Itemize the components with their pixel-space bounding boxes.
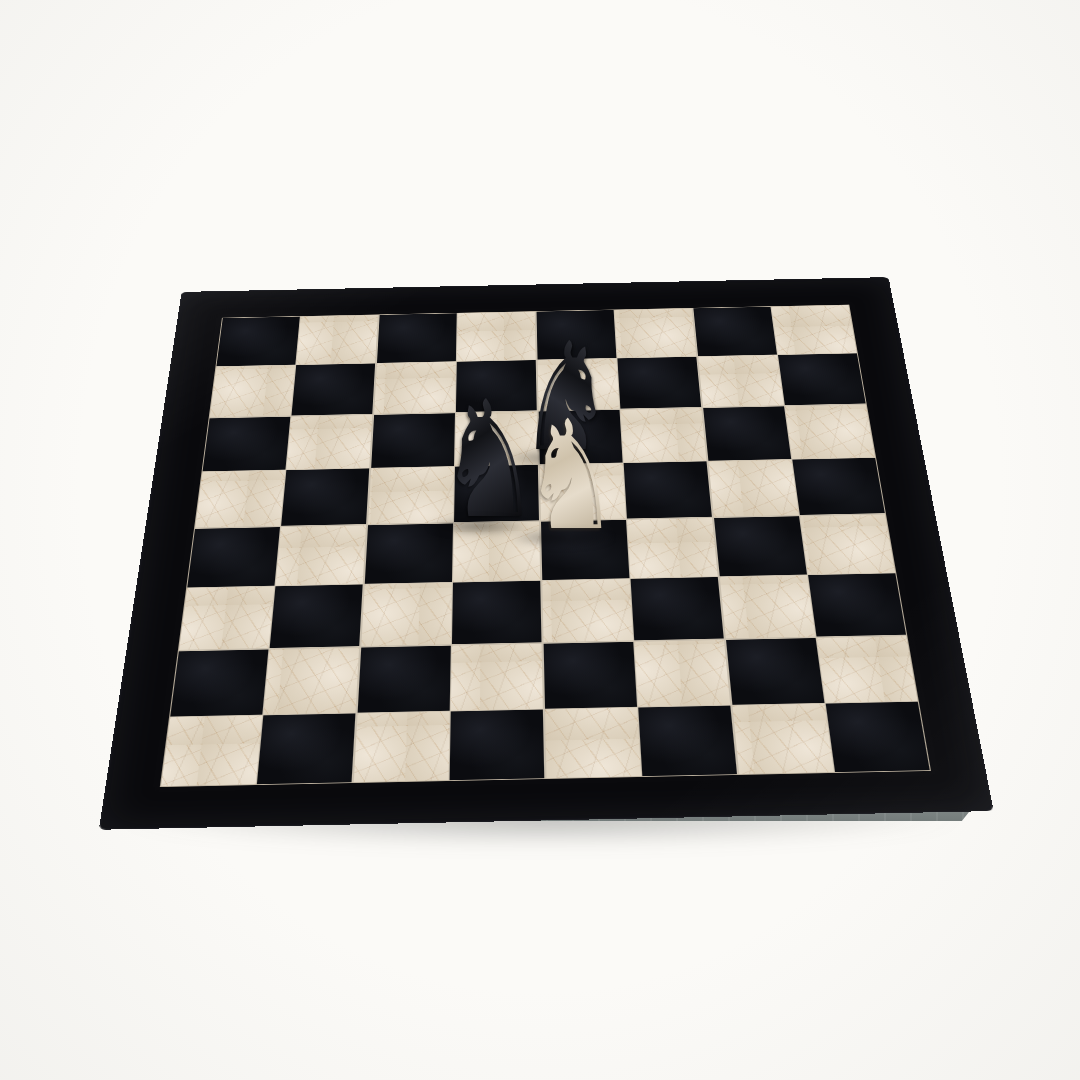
square-g3[interactable] — [719, 575, 815, 638]
square-h6[interactable] — [785, 405, 875, 459]
square-h4[interactable] — [800, 514, 895, 574]
square-a6[interactable] — [203, 417, 291, 472]
square-f3[interactable] — [631, 577, 724, 640]
square-b5[interactable] — [282, 469, 370, 526]
square-b7[interactable] — [292, 364, 376, 416]
square-d2[interactable] — [451, 643, 543, 710]
square-a8[interactable] — [216, 317, 299, 367]
square-a7[interactable] — [210, 365, 295, 417]
square-e1[interactable] — [545, 708, 641, 779]
square-g8[interactable] — [693, 307, 777, 356]
square-b2[interactable] — [264, 647, 360, 714]
square-h2[interactable] — [817, 636, 918, 703]
square-b6[interactable] — [287, 415, 373, 470]
square-h3[interactable] — [808, 573, 906, 636]
square-c1[interactable] — [354, 712, 450, 783]
square-d1[interactable] — [450, 710, 545, 781]
square-h5[interactable] — [792, 458, 884, 515]
square-g4[interactable] — [714, 516, 807, 576]
square-h8[interactable] — [771, 305, 856, 354]
square-g5[interactable] — [708, 460, 798, 517]
square-a3[interactable] — [179, 586, 274, 650]
photo-scene: ♞♞♞♞♞♞♞♞ — [0, 0, 1080, 1080]
square-h7[interactable] — [778, 354, 866, 406]
square-c2[interactable] — [358, 645, 451, 712]
square-a5[interactable] — [195, 470, 285, 527]
square-b1[interactable] — [257, 713, 355, 784]
square-c3[interactable] — [361, 583, 452, 646]
square-b3[interactable] — [270, 585, 363, 648]
square-h1[interactable] — [826, 702, 930, 772]
square-e2[interactable] — [543, 642, 636, 709]
square-g1[interactable] — [732, 704, 833, 774]
square-b4[interactable] — [276, 525, 366, 585]
square-g7[interactable] — [698, 355, 784, 407]
square-g6[interactable] — [703, 406, 791, 460]
square-f1[interactable] — [638, 706, 737, 776]
square-b8[interactable] — [297, 315, 379, 365]
square-f2[interactable] — [634, 640, 730, 707]
square-g2[interactable] — [726, 638, 824, 705]
square-d3[interactable] — [452, 581, 541, 644]
square-a1[interactable] — [161, 715, 262, 786]
square-a4[interactable] — [187, 527, 280, 587]
square-a2[interactable] — [170, 649, 268, 716]
square-c8[interactable] — [377, 313, 457, 363]
white-knight-e4[interactable]: ♞♞ — [491, 398, 651, 539]
square-e3[interactable] — [542, 579, 633, 642]
white-knight-glyph: ♞ — [523, 417, 619, 535]
